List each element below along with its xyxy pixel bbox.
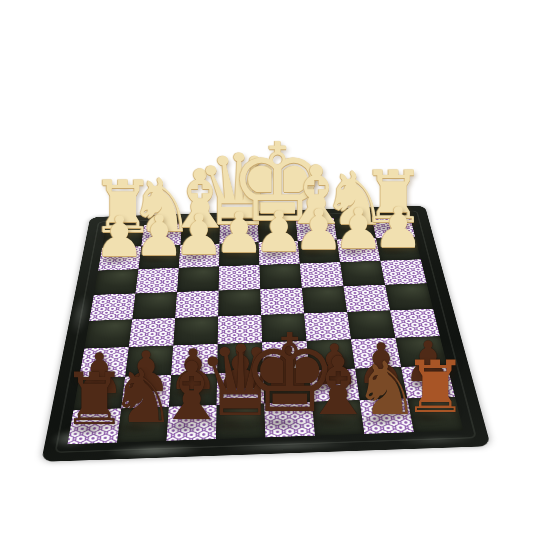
- square-b6[interactable]: [135, 268, 178, 294]
- hex-pattern-fill: [89, 293, 135, 320]
- square-h6[interactable]: [380, 259, 426, 284]
- square-f6[interactable]: [300, 262, 344, 288]
- hex-pattern-fill: [135, 268, 178, 294]
- square-c6[interactable]: [177, 266, 219, 292]
- photo-stage: ♜♞♝♛♚♝♞♜♟♟♟♟♟♟♟♟♟♟♟♟♟♟♟♟♜♞♝♛♚♝♞♜: [0, 0, 533, 533]
- square-d6[interactable]: [219, 265, 261, 291]
- square-g5[interactable]: [343, 285, 390, 312]
- square-f5[interactable]: [302, 286, 347, 313]
- hex-pattern-fill: [380, 259, 426, 284]
- piece-black-rook[interactable]: ♜: [403, 351, 468, 423]
- square-h5[interactable]: [385, 283, 433, 310]
- hex-pattern-fill: [343, 285, 390, 312]
- hex-pattern-fill: [175, 291, 218, 318]
- square-g6[interactable]: [340, 261, 385, 286]
- square-b5[interactable]: [132, 292, 177, 319]
- square-e6[interactable]: [259, 264, 301, 290]
- square-c5[interactable]: [175, 291, 218, 318]
- hex-pattern-fill: [300, 262, 344, 288]
- hex-pattern-fill: [219, 265, 261, 291]
- square-a5[interactable]: [89, 293, 135, 320]
- square-a6[interactable]: [94, 269, 139, 295]
- piece-white-pawn[interactable]: ♟: [373, 200, 423, 256]
